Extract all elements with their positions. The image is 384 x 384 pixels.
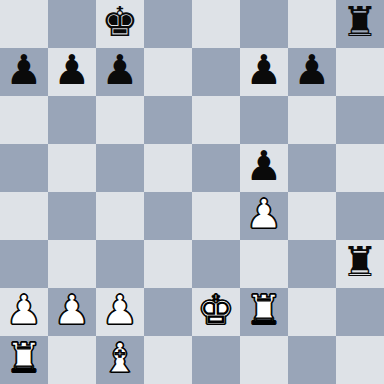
square-f8[interactable] xyxy=(240,0,288,48)
square-b4[interactable] xyxy=(48,192,96,240)
square-h4[interactable] xyxy=(336,192,384,240)
square-c6[interactable] xyxy=(96,96,144,144)
square-c4[interactable] xyxy=(96,192,144,240)
square-g8[interactable] xyxy=(288,0,336,48)
black-king: ♚ xyxy=(102,2,139,43)
square-c2[interactable]: ♟ xyxy=(96,288,144,336)
black-pawn: ♟ xyxy=(294,50,331,91)
black-pawn: ♟ xyxy=(6,50,43,91)
square-a1[interactable]: ♜ xyxy=(0,336,48,384)
square-e5[interactable] xyxy=(192,144,240,192)
square-a5[interactable] xyxy=(0,144,48,192)
white-king: ♚ xyxy=(198,290,235,331)
black-pawn: ♟ xyxy=(246,50,283,91)
square-f6[interactable] xyxy=(240,96,288,144)
square-b2[interactable]: ♟ xyxy=(48,288,96,336)
square-d4[interactable] xyxy=(144,192,192,240)
square-b8[interactable] xyxy=(48,0,96,48)
square-a4[interactable] xyxy=(0,192,48,240)
square-h7[interactable] xyxy=(336,48,384,96)
square-c7[interactable]: ♟ xyxy=(96,48,144,96)
white-pawn: ♟ xyxy=(246,194,283,235)
black-pawn: ♟ xyxy=(102,50,139,91)
square-c1[interactable]: ♝ xyxy=(96,336,144,384)
square-h2[interactable] xyxy=(336,288,384,336)
square-g2[interactable] xyxy=(288,288,336,336)
white-bishop: ♝ xyxy=(102,338,139,379)
square-e7[interactable] xyxy=(192,48,240,96)
square-g1[interactable] xyxy=(288,336,336,384)
square-h1[interactable] xyxy=(336,336,384,384)
square-e4[interactable] xyxy=(192,192,240,240)
square-e3[interactable] xyxy=(192,240,240,288)
square-f2[interactable]: ♜ xyxy=(240,288,288,336)
square-b6[interactable] xyxy=(48,96,96,144)
square-d5[interactable] xyxy=(144,144,192,192)
square-h8[interactable]: ♜ xyxy=(336,0,384,48)
square-d7[interactable] xyxy=(144,48,192,96)
square-c3[interactable] xyxy=(96,240,144,288)
square-g7[interactable]: ♟ xyxy=(288,48,336,96)
black-pawn: ♟ xyxy=(54,50,91,91)
square-a2[interactable]: ♟ xyxy=(0,288,48,336)
square-b7[interactable]: ♟ xyxy=(48,48,96,96)
square-e2[interactable]: ♚ xyxy=(192,288,240,336)
white-rook: ♜ xyxy=(6,338,43,379)
square-a3[interactable] xyxy=(0,240,48,288)
square-d3[interactable] xyxy=(144,240,192,288)
square-e6[interactable] xyxy=(192,96,240,144)
black-rook: ♜ xyxy=(342,2,379,43)
square-h3[interactable]: ♜ xyxy=(336,240,384,288)
square-b5[interactable] xyxy=(48,144,96,192)
square-c5[interactable] xyxy=(96,144,144,192)
square-b1[interactable] xyxy=(48,336,96,384)
square-h5[interactable] xyxy=(336,144,384,192)
white-pawn: ♟ xyxy=(54,290,91,331)
square-e1[interactable] xyxy=(192,336,240,384)
square-e8[interactable] xyxy=(192,0,240,48)
black-rook: ♜ xyxy=(342,242,379,283)
square-g5[interactable] xyxy=(288,144,336,192)
square-g3[interactable] xyxy=(288,240,336,288)
square-g4[interactable] xyxy=(288,192,336,240)
square-d1[interactable] xyxy=(144,336,192,384)
square-d8[interactable] xyxy=(144,0,192,48)
square-c8[interactable]: ♚ xyxy=(96,0,144,48)
square-d2[interactable] xyxy=(144,288,192,336)
square-d6[interactable] xyxy=(144,96,192,144)
square-b3[interactable] xyxy=(48,240,96,288)
square-f5[interactable]: ♟ xyxy=(240,144,288,192)
white-pawn: ♟ xyxy=(102,290,139,331)
white-rook: ♜ xyxy=(246,290,283,331)
square-f3[interactable] xyxy=(240,240,288,288)
square-a6[interactable] xyxy=(0,96,48,144)
square-g6[interactable] xyxy=(288,96,336,144)
white-pawn: ♟ xyxy=(6,290,43,331)
black-pawn: ♟ xyxy=(246,146,283,187)
square-a8[interactable] xyxy=(0,0,48,48)
square-a7[interactable]: ♟ xyxy=(0,48,48,96)
square-f1[interactable] xyxy=(240,336,288,384)
square-f4[interactable]: ♟ xyxy=(240,192,288,240)
square-h6[interactable] xyxy=(336,96,384,144)
square-f7[interactable]: ♟ xyxy=(240,48,288,96)
chess-board: ♚♜♟♟♟♟♟♟♟♜♟♟♟♚♜♜♝ xyxy=(0,0,384,384)
